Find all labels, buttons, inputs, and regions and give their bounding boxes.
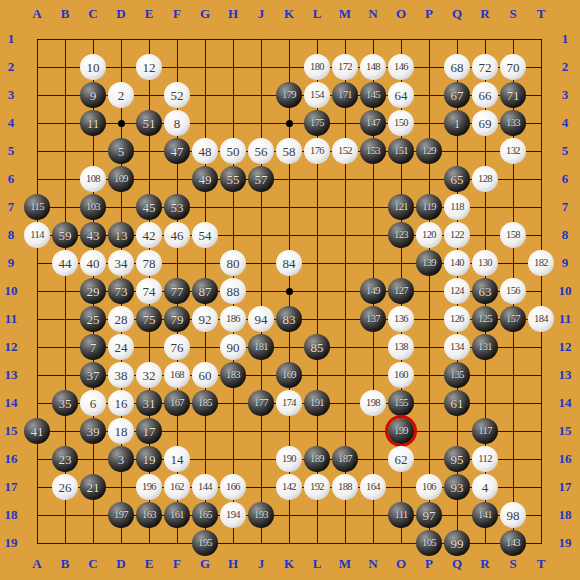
stone-F16-move-14[interactable]: 14: [164, 446, 190, 472]
stone-P5-move-129[interactable]: 129: [416, 138, 442, 164]
stone-O13-move-160[interactable]: 160: [388, 362, 414, 388]
stone-O3-move-64[interactable]: 64: [388, 82, 414, 108]
stone-B14-move-35[interactable]: 35: [52, 390, 78, 416]
stone-F5-move-47[interactable]: 47: [164, 138, 190, 164]
stone-G11-move-92[interactable]: 92: [192, 306, 218, 332]
column-label-C: C: [79, 6, 107, 22]
stone-L4-move-175[interactable]: 175: [304, 110, 330, 136]
row-label-2: 2: [554, 53, 576, 81]
go-board: ABCDEFGHJKLMNOPQRST ABCDEFGHJKLMNOPQRST …: [0, 0, 580, 580]
stone-K9-move-84[interactable]: 84: [276, 250, 302, 276]
stone-G8-move-54[interactable]: 54: [192, 222, 218, 248]
stone-L5-move-176[interactable]: 176: [304, 138, 330, 164]
column-label-K: K: [275, 556, 303, 572]
column-label-P: P: [415, 556, 443, 572]
stone-F18-move-161[interactable]: 161: [164, 502, 190, 528]
stone-S18-move-98[interactable]: 98: [500, 502, 526, 528]
column-label-P: P: [415, 6, 443, 22]
stone-R4-move-69[interactable]: 69: [472, 110, 498, 136]
stone-R16-move-112[interactable]: 112: [472, 446, 498, 472]
stone-L3-move-154[interactable]: 154: [304, 82, 330, 108]
stone-Q13-move-135[interactable]: 135: [444, 362, 470, 388]
stone-C7-move-103[interactable]: 103: [80, 194, 106, 220]
row-label-16: 16: [554, 445, 576, 473]
stone-Q17-move-93[interactable]: 93: [444, 474, 470, 500]
stone-K11-move-83[interactable]: 83: [276, 306, 302, 332]
stone-K13-move-169[interactable]: 169: [276, 362, 302, 388]
stone-B17-move-26[interactable]: 26: [52, 474, 78, 500]
stone-K14-move-174[interactable]: 174: [276, 390, 302, 416]
stone-D11-move-28[interactable]: 28: [108, 306, 134, 332]
stone-D9-move-34[interactable]: 34: [108, 250, 134, 276]
stone-Q16-move-95[interactable]: 95: [444, 446, 470, 472]
column-label-A: A: [23, 556, 51, 572]
column-label-O: O: [387, 556, 415, 572]
column-label-T: T: [527, 6, 555, 22]
stone-H9-move-80[interactable]: 80: [220, 250, 246, 276]
stone-E16-move-19[interactable]: 19: [136, 446, 162, 472]
stone-R15-move-117[interactable]: 117: [472, 418, 498, 444]
stone-E11-move-75[interactable]: 75: [136, 306, 162, 332]
row-label-17: 17: [0, 473, 22, 501]
stone-P9-move-139[interactable]: 139: [416, 250, 442, 276]
stone-C13-move-37[interactable]: 37: [80, 362, 106, 388]
row-label-14: 14: [554, 389, 576, 417]
stone-L17-move-192[interactable]: 192: [304, 474, 330, 500]
column-label-O: O: [387, 6, 415, 22]
column-label-F: F: [163, 6, 191, 22]
stone-K3-move-179[interactable]: 179: [276, 82, 302, 108]
row-label-5: 5: [0, 137, 22, 165]
column-label-D: D: [107, 556, 135, 572]
row-label-15: 15: [0, 417, 22, 445]
column-label-A: A: [23, 6, 51, 22]
stone-N17-move-164[interactable]: 164: [360, 474, 386, 500]
stone-M2-move-172[interactable]: 172: [332, 54, 358, 80]
stone-D12-move-24[interactable]: 24: [108, 334, 134, 360]
hoshi-dot-D4: [118, 120, 125, 127]
stone-F8-move-46[interactable]: 46: [164, 222, 190, 248]
stone-H10-move-88[interactable]: 88: [220, 278, 246, 304]
stone-O8-move-123[interactable]: 123: [388, 222, 414, 248]
stone-H5-move-50[interactable]: 50: [220, 138, 246, 164]
stone-H17-move-166[interactable]: 166: [220, 474, 246, 500]
row-label-6: 6: [554, 165, 576, 193]
row-label-11: 11: [554, 305, 576, 333]
stone-Q11-move-126[interactable]: 126: [444, 306, 470, 332]
stone-E17-move-196[interactable]: 196: [136, 474, 162, 500]
stone-O7-move-121[interactable]: 121: [388, 194, 414, 220]
column-label-G: G: [191, 556, 219, 572]
stone-O4-move-150[interactable]: 150: [388, 110, 414, 136]
stone-N4-move-147[interactable]: 147: [360, 110, 386, 136]
row-label-18: 18: [554, 501, 576, 529]
stone-A8-move-114[interactable]: 114: [24, 222, 50, 248]
stone-G14-move-185[interactable]: 185: [192, 390, 218, 416]
stone-S3-move-71[interactable]: 71: [500, 82, 526, 108]
stone-K17-move-142[interactable]: 142: [276, 474, 302, 500]
stone-F17-move-162[interactable]: 162: [164, 474, 190, 500]
row-label-14: 14: [0, 389, 22, 417]
stone-Q9-move-140[interactable]: 140: [444, 250, 470, 276]
stone-B16-move-23[interactable]: 23: [52, 446, 78, 472]
stone-J5-move-56[interactable]: 56: [248, 138, 274, 164]
stone-E4-move-51[interactable]: 51: [136, 110, 162, 136]
stone-N10-move-149[interactable]: 149: [360, 278, 386, 304]
stone-T9-move-182[interactable]: 182: [528, 250, 554, 276]
stone-G18-move-165[interactable]: 165: [192, 502, 218, 528]
stone-F3-move-52[interactable]: 52: [164, 82, 190, 108]
stone-Q10-move-124[interactable]: 124: [444, 278, 470, 304]
stone-E8-move-42[interactable]: 42: [136, 222, 162, 248]
column-label-N: N: [359, 6, 387, 22]
stone-F10-move-77[interactable]: 77: [164, 278, 190, 304]
stone-S11-move-157[interactable]: 157: [500, 306, 526, 332]
row-label-7: 7: [554, 193, 576, 221]
column-label-F: F: [163, 556, 191, 572]
stone-K5-move-58[interactable]: 58: [276, 138, 302, 164]
column-label-L: L: [303, 6, 331, 22]
stone-Q3-move-67[interactable]: 67: [444, 82, 470, 108]
stone-H6-move-55[interactable]: 55: [220, 166, 246, 192]
row-label-10: 10: [554, 277, 576, 305]
stone-J6-move-57[interactable]: 57: [248, 166, 274, 192]
stone-Q2-move-68[interactable]: 68: [444, 54, 470, 80]
stone-K16-move-190[interactable]: 190: [276, 446, 302, 472]
stone-E13-move-32[interactable]: 32: [136, 362, 162, 388]
stone-P18-move-97[interactable]: 97: [416, 502, 442, 528]
stone-G13-move-60[interactable]: 60: [192, 362, 218, 388]
stone-G17-move-144[interactable]: 144: [192, 474, 218, 500]
row-label-19: 19: [0, 529, 22, 557]
column-label-J: J: [247, 6, 275, 22]
stone-C17-move-21[interactable]: 21: [80, 474, 106, 500]
stone-S10-move-156[interactable]: 156: [500, 278, 526, 304]
stone-F4-move-8[interactable]: 8: [164, 110, 190, 136]
row-label-15: 15: [554, 417, 576, 445]
hoshi-dot-K4: [286, 120, 293, 127]
stone-R18-move-141[interactable]: 141: [472, 502, 498, 528]
column-label-T: T: [527, 556, 555, 572]
stone-B9-move-44[interactable]: 44: [52, 250, 78, 276]
stone-N11-move-137[interactable]: 137: [360, 306, 386, 332]
column-label-N: N: [359, 556, 387, 572]
stone-O18-move-111[interactable]: 111: [388, 502, 414, 528]
stone-L14-move-191[interactable]: 191: [304, 390, 330, 416]
stone-P17-move-106[interactable]: 106: [416, 474, 442, 500]
stone-O12-move-138[interactable]: 138: [388, 334, 414, 360]
row-label-3: 3: [0, 81, 22, 109]
stone-R9-move-130[interactable]: 130: [472, 250, 498, 276]
column-label-J: J: [247, 556, 275, 572]
stone-S5-move-132[interactable]: 132: [500, 138, 526, 164]
stone-D10-move-73[interactable]: 73: [108, 278, 134, 304]
stone-C12-move-7[interactable]: 7: [80, 334, 106, 360]
stone-A7-move-115[interactable]: 115: [24, 194, 50, 220]
row-label-8: 8: [0, 221, 22, 249]
row-label-17: 17: [554, 473, 576, 501]
stone-D16-move-3[interactable]: 3: [108, 446, 134, 472]
stone-M16-move-187[interactable]: 187: [332, 446, 358, 472]
row-label-1: 1: [554, 25, 576, 53]
column-label-K: K: [275, 6, 303, 22]
stone-C2-move-10[interactable]: 10: [80, 54, 106, 80]
row-label-9: 9: [554, 249, 576, 277]
column-label-B: B: [51, 556, 79, 572]
column-label-E: E: [135, 6, 163, 22]
stone-Q14-move-61[interactable]: 61: [444, 390, 470, 416]
stone-E15-move-17[interactable]: 17: [136, 418, 162, 444]
row-labels-right: 12345678910111213141516171819: [554, 25, 576, 557]
stone-O16-move-62[interactable]: 62: [388, 446, 414, 472]
stone-C14-move-6[interactable]: 6: [80, 390, 106, 416]
stone-J11-move-94[interactable]: 94: [248, 306, 274, 332]
hoshi-dot-K10: [286, 288, 293, 295]
stone-Q8-move-122[interactable]: 122: [444, 222, 470, 248]
stone-T11-move-184[interactable]: 184: [528, 306, 554, 332]
stone-C4-move-11[interactable]: 11: [80, 110, 106, 136]
column-label-Q: Q: [443, 556, 471, 572]
row-label-18: 18: [0, 501, 22, 529]
stone-O15-move-199[interactable]: 199: [388, 418, 414, 444]
stone-Q4-move-1[interactable]: 1: [444, 110, 470, 136]
column-label-M: M: [331, 6, 359, 22]
stone-F7-move-53[interactable]: 53: [164, 194, 190, 220]
stone-R6-move-128[interactable]: 128: [472, 166, 498, 192]
column-label-M: M: [331, 556, 359, 572]
row-label-3: 3: [554, 81, 576, 109]
row-label-4: 4: [554, 109, 576, 137]
stone-H11-move-186[interactable]: 186: [220, 306, 246, 332]
stone-F12-move-76[interactable]: 76: [164, 334, 190, 360]
row-label-8: 8: [554, 221, 576, 249]
stone-C11-move-25[interactable]: 25: [80, 306, 106, 332]
stone-R17-move-4[interactable]: 4: [472, 474, 498, 500]
stone-L2-move-180[interactable]: 180: [304, 54, 330, 80]
stone-O11-move-136[interactable]: 136: [388, 306, 414, 332]
column-label-R: R: [471, 6, 499, 22]
stone-M17-move-188[interactable]: 188: [332, 474, 358, 500]
stone-P7-move-119[interactable]: 119: [416, 194, 442, 220]
stone-O14-move-155[interactable]: 155: [388, 390, 414, 416]
stone-N5-move-153[interactable]: 153: [360, 138, 386, 164]
column-label-R: R: [471, 556, 499, 572]
stone-C6-move-108[interactable]: 108: [80, 166, 106, 192]
stone-O10-move-127[interactable]: 127: [388, 278, 414, 304]
stone-M5-move-152[interactable]: 152: [332, 138, 358, 164]
column-label-D: D: [107, 6, 135, 22]
stone-G6-move-49[interactable]: 49: [192, 166, 218, 192]
row-label-19: 19: [554, 529, 576, 557]
stone-S2-move-70[interactable]: 70: [500, 54, 526, 80]
stone-C10-move-29[interactable]: 29: [80, 278, 106, 304]
stone-D8-move-13[interactable]: 13: [108, 222, 134, 248]
stone-N14-move-198[interactable]: 198: [360, 390, 386, 416]
row-label-6: 6: [0, 165, 22, 193]
stone-S8-move-158[interactable]: 158: [500, 222, 526, 248]
stone-Q12-move-134[interactable]: 134: [444, 334, 470, 360]
row-label-13: 13: [0, 361, 22, 389]
stone-H13-move-183[interactable]: 183: [220, 362, 246, 388]
stone-R10-move-63[interactable]: 63: [472, 278, 498, 304]
stone-J12-move-181[interactable]: 181: [248, 334, 274, 360]
stone-B8-move-59[interactable]: 59: [52, 222, 78, 248]
stone-D15-move-18[interactable]: 18: [108, 418, 134, 444]
stone-P19-move-105[interactable]: 105: [416, 530, 442, 556]
row-label-7: 7: [0, 193, 22, 221]
stone-D18-move-197[interactable]: 197: [108, 502, 134, 528]
stone-P8-move-120[interactable]: 120: [416, 222, 442, 248]
stone-Q7-move-118[interactable]: 118: [444, 194, 470, 220]
row-label-10: 10: [0, 277, 22, 305]
stone-N2-move-148[interactable]: 148: [360, 54, 386, 80]
stone-F11-move-79[interactable]: 79: [164, 306, 190, 332]
stone-A15-move-41[interactable]: 41: [24, 418, 50, 444]
stone-C8-move-43[interactable]: 43: [80, 222, 106, 248]
column-labels-bottom: ABCDEFGHJKLMNOPQRST: [23, 556, 555, 572]
column-label-E: E: [135, 556, 163, 572]
row-label-12: 12: [0, 333, 22, 361]
column-labels-top: ABCDEFGHJKLMNOPQRST: [23, 6, 555, 22]
column-label-S: S: [499, 556, 527, 572]
column-label-L: L: [303, 556, 331, 572]
stone-G19-move-195[interactable]: 195: [192, 530, 218, 556]
stone-G5-move-48[interactable]: 48: [192, 138, 218, 164]
stone-L12-move-85[interactable]: 85: [304, 334, 330, 360]
column-label-S: S: [499, 6, 527, 22]
stone-D6-move-109[interactable]: 109: [108, 166, 134, 192]
stone-D13-move-38[interactable]: 38: [108, 362, 134, 388]
row-label-4: 4: [0, 109, 22, 137]
row-labels-left: 12345678910111213141516171819: [0, 25, 22, 557]
stone-E7-move-45[interactable]: 45: [136, 194, 162, 220]
column-label-C: C: [79, 556, 107, 572]
row-label-5: 5: [554, 137, 576, 165]
stone-Q19-move-99[interactable]: 99: [444, 530, 470, 556]
stone-Q6-move-65[interactable]: 65: [444, 166, 470, 192]
stone-C15-move-39[interactable]: 39: [80, 418, 106, 444]
stone-L16-move-189[interactable]: 189: [304, 446, 330, 472]
stone-E14-move-31[interactable]: 31: [136, 390, 162, 416]
stone-H18-move-194[interactable]: 194: [220, 502, 246, 528]
column-label-B: B: [51, 6, 79, 22]
column-label-H: H: [219, 6, 247, 22]
stone-D14-move-16[interactable]: 16: [108, 390, 134, 416]
stone-C3-move-9[interactable]: 9: [80, 82, 106, 108]
stone-E2-move-12[interactable]: 12: [136, 54, 162, 80]
column-label-G: G: [191, 6, 219, 22]
stone-H12-move-90[interactable]: 90: [220, 334, 246, 360]
column-label-Q: Q: [443, 6, 471, 22]
stone-E18-move-163[interactable]: 163: [136, 502, 162, 528]
row-label-2: 2: [0, 53, 22, 81]
stone-N3-move-145[interactable]: 145: [360, 82, 386, 108]
stone-E9-move-78[interactable]: 78: [136, 250, 162, 276]
stone-R2-move-72[interactable]: 72: [472, 54, 498, 80]
stone-R11-move-125[interactable]: 125: [472, 306, 498, 332]
stone-C9-move-40[interactable]: 40: [80, 250, 106, 276]
board-grid: 1012180172148146687270925217915417114564…: [23, 25, 555, 557]
stone-D5-move-5[interactable]: 5: [108, 138, 134, 164]
row-label-12: 12: [554, 333, 576, 361]
stone-F13-move-168[interactable]: 168: [164, 362, 190, 388]
row-label-1: 1: [0, 25, 22, 53]
column-label-H: H: [219, 556, 247, 572]
stone-R3-move-66[interactable]: 66: [472, 82, 498, 108]
stone-M3-move-171[interactable]: 171: [332, 82, 358, 108]
stone-F14-move-167[interactable]: 167: [164, 390, 190, 416]
row-label-13: 13: [554, 361, 576, 389]
row-label-11: 11: [0, 305, 22, 333]
stone-E10-move-74[interactable]: 74: [136, 278, 162, 304]
row-label-9: 9: [0, 249, 22, 277]
stone-R12-move-131[interactable]: 131: [472, 334, 498, 360]
stone-O2-move-146[interactable]: 146: [388, 54, 414, 80]
stone-J18-move-193[interactable]: 193: [248, 502, 274, 528]
stone-S19-move-143[interactable]: 143: [500, 530, 526, 556]
stone-J14-move-177[interactable]: 177: [248, 390, 274, 416]
stone-S4-move-133[interactable]: 133: [500, 110, 526, 136]
stone-G10-move-87[interactable]: 87: [192, 278, 218, 304]
stone-D3-move-2[interactable]: 2: [108, 82, 134, 108]
stone-O5-move-151[interactable]: 151: [388, 138, 414, 164]
row-label-16: 16: [0, 445, 22, 473]
